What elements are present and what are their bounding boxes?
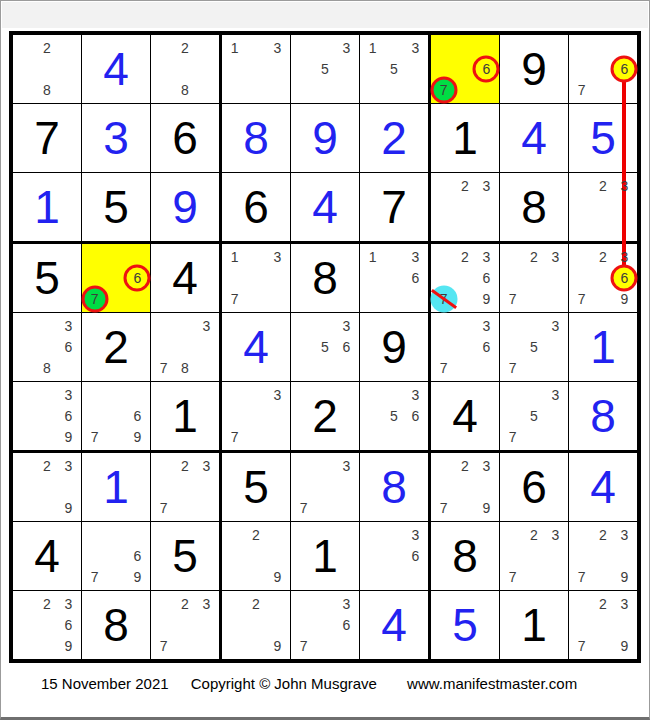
candidate-9: 9 xyxy=(58,427,79,448)
candidate-6: 6 xyxy=(405,545,426,566)
candidate-6: 6 xyxy=(405,405,426,426)
candidate-2: 2 xyxy=(592,175,613,196)
candidate-9: 9 xyxy=(476,498,497,519)
candidate-8: 8 xyxy=(36,80,57,101)
candidate-7: 7 xyxy=(224,289,245,310)
candidate-7: 7 xyxy=(571,289,592,310)
solved-digit: 1 xyxy=(34,184,60,230)
candidate-2: 2 xyxy=(245,524,266,545)
given-digit: 4 xyxy=(452,393,478,439)
solved-digit: 4 xyxy=(521,115,547,161)
cell-r9c9[interactable]: 2379 xyxy=(569,591,637,659)
candidate-9: 9 xyxy=(614,636,635,657)
candidate-7: 7 xyxy=(293,498,314,519)
candidate-6: 6 xyxy=(58,405,79,426)
cell-r2c4[interactable]: 8 xyxy=(222,104,291,173)
cell-r5c7[interactable]: 367 xyxy=(431,313,500,382)
cell-r6c1[interactable]: 369 xyxy=(13,382,82,453)
cell-r2c1[interactable]: 7 xyxy=(13,104,82,173)
candidate-7: 7 xyxy=(153,358,174,379)
cell-r6c8[interactable]: 357 xyxy=(500,382,569,453)
given-digit: 2 xyxy=(103,324,129,370)
cell-r1c8[interactable]: 9 xyxy=(500,35,569,104)
footer-date: 15 November 2021 xyxy=(41,675,169,692)
cell-r7c8[interactable]: 6 xyxy=(500,453,569,522)
candidate-9: 9 xyxy=(267,567,288,588)
cell-r5c2[interactable]: 2 xyxy=(82,313,151,382)
window-top-strip xyxy=(2,2,648,28)
cell-r1c7[interactable]: 67 xyxy=(431,35,500,104)
candidate-3: 3 xyxy=(58,455,79,476)
candidate-3: 3 xyxy=(476,315,497,336)
candidate-9: 9 xyxy=(58,498,79,519)
candidate-5: 5 xyxy=(314,58,335,79)
solved-digit: 8 xyxy=(243,115,269,161)
given-digit: 4 xyxy=(34,533,60,579)
candidate-9: 9 xyxy=(614,567,635,588)
cell-r6c4[interactable]: 37 xyxy=(222,382,291,453)
cell-r8c4[interactable]: 29 xyxy=(222,522,291,591)
cell-r9c8[interactable]: 1 xyxy=(500,591,569,659)
candidate-2: 2 xyxy=(36,37,57,58)
cell-r3c3[interactable]: 9 xyxy=(151,173,222,244)
solved-digit: 3 xyxy=(103,115,129,161)
cell-r2c5[interactable]: 9 xyxy=(291,104,360,173)
cell-r6c5[interactable]: 2 xyxy=(291,382,360,453)
cell-r4c8[interactable]: 237 xyxy=(500,244,569,313)
footer-website[interactable]: www.manifestmaster.com xyxy=(407,675,577,692)
given-digit: 7 xyxy=(34,115,60,161)
cell-r3c5[interactable]: 4 xyxy=(291,173,360,244)
cell-r3c2[interactable]: 5 xyxy=(82,173,151,244)
footer: 15 November 2021 Copyright © John Musgra… xyxy=(41,675,577,692)
given-digit: 6 xyxy=(243,184,269,230)
candidate-7: 7 xyxy=(84,427,105,448)
candidate-3: 3 xyxy=(58,315,79,336)
cell-r4c1[interactable]: 5 xyxy=(13,244,82,313)
cell-r9c2[interactable]: 8 xyxy=(82,591,151,659)
candidate-6: 6 xyxy=(476,336,497,357)
cell-r5c1[interactable]: 368 xyxy=(13,313,82,382)
candidate-3: 3 xyxy=(58,384,79,405)
given-digit: 9 xyxy=(521,46,547,92)
cell-r7c5[interactable]: 37 xyxy=(291,453,360,522)
given-digit: 6 xyxy=(172,115,198,161)
candidate-1: 1 xyxy=(362,37,383,58)
cell-r9c1[interactable]: 2369 xyxy=(13,591,82,659)
candidate-6: 6 xyxy=(476,58,497,79)
cell-r9c7[interactable]: 5 xyxy=(431,591,500,659)
candidate-7: 7 xyxy=(433,289,454,310)
solved-digit: 4 xyxy=(312,184,338,230)
candidate-7: 7 xyxy=(571,80,592,101)
cell-r8c6[interactable]: 36 xyxy=(360,522,431,591)
cell-r5c5[interactable]: 356 xyxy=(291,313,360,382)
candidate-9: 9 xyxy=(58,636,79,657)
cell-r2c6[interactable]: 2 xyxy=(360,104,431,173)
given-digit: 5 xyxy=(243,464,269,510)
cell-r2c3[interactable]: 6 xyxy=(151,104,222,173)
candidate-7: 7 xyxy=(433,80,454,101)
candidate-2: 2 xyxy=(523,246,544,267)
cell-r8c7[interactable]: 8 xyxy=(431,522,500,591)
candidate-3: 3 xyxy=(58,593,79,614)
candidate-2: 2 xyxy=(523,524,544,545)
candidate-2: 2 xyxy=(592,524,613,545)
cell-r5c4[interactable]: 4 xyxy=(222,313,291,382)
candidate-3: 3 xyxy=(267,246,288,267)
candidate-2: 2 xyxy=(174,593,195,614)
cell-r1c3[interactable]: 28 xyxy=(151,35,222,104)
cell-r1c6[interactable]: 135 xyxy=(360,35,431,104)
cell-r4c5[interactable]: 8 xyxy=(291,244,360,313)
given-digit: 2 xyxy=(312,393,338,439)
cell-r3c6[interactable]: 7 xyxy=(360,173,431,244)
given-digit: 7 xyxy=(381,184,407,230)
cell-r7c1[interactable]: 239 xyxy=(13,453,82,522)
candidate-6: 6 xyxy=(127,405,148,426)
candidate-3: 3 xyxy=(267,384,288,405)
candidate-6: 6 xyxy=(614,58,635,79)
candidate-2: 2 xyxy=(174,37,195,58)
candidate-7: 7 xyxy=(224,427,245,448)
cell-r9c4[interactable]: 29 xyxy=(222,591,291,659)
candidate-5: 5 xyxy=(314,336,335,357)
cell-r9c5[interactable]: 367 xyxy=(291,591,360,659)
candidate-1: 1 xyxy=(224,246,245,267)
cell-r4c4[interactable]: 137 xyxy=(222,244,291,313)
candidate-6: 6 xyxy=(336,614,357,635)
candidate-5: 5 xyxy=(523,405,544,426)
solved-digit: 8 xyxy=(381,464,407,510)
cell-r8c8[interactable]: 237 xyxy=(500,522,569,591)
candidate-3: 3 xyxy=(267,37,288,58)
solved-digit: 8 xyxy=(590,393,616,439)
cell-r2c9[interactable]: 5 xyxy=(569,104,637,173)
given-digit: 5 xyxy=(34,255,60,301)
sudoku-grid: 2842813351356796773689214515964723823567… xyxy=(9,31,641,663)
cell-r5c3[interactable]: 378 xyxy=(151,313,222,382)
solved-digit: 9 xyxy=(172,184,198,230)
candidate-3: 3 xyxy=(476,246,497,267)
solved-digit: 4 xyxy=(103,46,129,92)
candidate-5: 5 xyxy=(383,405,404,426)
cell-r8c5[interactable]: 1 xyxy=(291,522,360,591)
cell-r6c2[interactable]: 679 xyxy=(82,382,151,453)
candidate-9: 9 xyxy=(127,427,148,448)
cell-r7c3[interactable]: 237 xyxy=(151,453,222,522)
candidate-8: 8 xyxy=(36,358,57,379)
candidate-5: 5 xyxy=(523,336,544,357)
candidate-6: 6 xyxy=(614,267,635,288)
given-digit: 6 xyxy=(521,464,547,510)
cell-r4c9[interactable]: 23679 xyxy=(569,244,637,313)
cell-r8c9[interactable]: 2379 xyxy=(569,522,637,591)
candidate-3: 3 xyxy=(405,246,426,267)
solved-digit: 5 xyxy=(590,115,616,161)
candidate-9: 9 xyxy=(614,289,635,310)
candidate-7: 7 xyxy=(153,636,174,657)
solved-digit: 4 xyxy=(381,602,407,648)
candidate-3: 3 xyxy=(405,37,426,58)
candidate-1: 1 xyxy=(224,37,245,58)
cell-r7c2[interactable]: 1 xyxy=(82,453,151,522)
candidate-6: 6 xyxy=(476,267,497,288)
cell-r6c9[interactable]: 8 xyxy=(569,382,637,453)
candidate-2: 2 xyxy=(36,455,57,476)
cell-r5c9[interactable]: 1 xyxy=(569,313,637,382)
candidate-7: 7 xyxy=(502,567,523,588)
given-digit: 1 xyxy=(172,393,198,439)
candidate-3: 3 xyxy=(545,315,566,336)
cell-r3c1[interactable]: 1 xyxy=(13,173,82,244)
candidate-2: 2 xyxy=(245,593,266,614)
solved-digit: 1 xyxy=(590,324,616,370)
cell-r9c3[interactable]: 237 xyxy=(151,591,222,659)
solved-digit: 5 xyxy=(452,602,478,648)
cell-r2c2[interactable]: 3 xyxy=(82,104,151,173)
candidate-3: 3 xyxy=(545,524,566,545)
candidate-7: 7 xyxy=(84,289,105,310)
given-digit: 8 xyxy=(103,602,129,648)
cell-r1c9[interactable]: 67 xyxy=(569,35,637,104)
given-digit: 1 xyxy=(452,115,478,161)
candidate-3: 3 xyxy=(545,384,566,405)
app-window: 2842813351356796773689214515964723823567… xyxy=(0,0,650,720)
candidate-3: 3 xyxy=(336,593,357,614)
candidate-3: 3 xyxy=(545,246,566,267)
candidate-7: 7 xyxy=(502,358,523,379)
candidate-2: 2 xyxy=(36,593,57,614)
given-digit: 5 xyxy=(103,184,129,230)
candidate-3: 3 xyxy=(614,593,635,614)
candidate-3: 3 xyxy=(196,593,217,614)
given-digit: 1 xyxy=(521,602,547,648)
cell-r3c7[interactable]: 23 xyxy=(431,173,500,244)
cell-r7c4[interactable]: 5 xyxy=(222,453,291,522)
given-digit: 8 xyxy=(312,255,338,301)
cell-r6c3[interactable]: 1 xyxy=(151,382,222,453)
candidate-2: 2 xyxy=(454,175,475,196)
candidate-2: 2 xyxy=(454,455,475,476)
given-digit: 5 xyxy=(172,533,198,579)
candidate-3: 3 xyxy=(614,524,635,545)
candidate-7: 7 xyxy=(84,567,105,588)
solved-digit: 9 xyxy=(312,115,338,161)
candidate-3: 3 xyxy=(476,455,497,476)
candidate-9: 9 xyxy=(267,636,288,657)
cell-r9c6[interactable]: 4 xyxy=(360,591,431,659)
solved-digit: 4 xyxy=(590,464,616,510)
cell-r4c6[interactable]: 136 xyxy=(360,244,431,313)
candidate-2: 2 xyxy=(592,593,613,614)
solved-digit: 1 xyxy=(103,464,129,510)
candidate-8: 8 xyxy=(174,80,195,101)
candidate-8: 8 xyxy=(174,358,195,379)
cell-r5c8[interactable]: 357 xyxy=(500,313,569,382)
cell-r6c7[interactable]: 4 xyxy=(431,382,500,453)
given-digit: 4 xyxy=(172,255,198,301)
given-digit: 8 xyxy=(521,184,547,230)
solved-digit: 4 xyxy=(243,324,269,370)
candidate-5: 5 xyxy=(383,58,404,79)
cell-r2c8[interactable]: 4 xyxy=(500,104,569,173)
candidate-7: 7 xyxy=(433,498,454,519)
candidate-7: 7 xyxy=(293,636,314,657)
cell-r8c1[interactable]: 4 xyxy=(13,522,82,591)
candidate-3: 3 xyxy=(196,315,217,336)
candidate-6: 6 xyxy=(58,336,79,357)
candidate-6: 6 xyxy=(127,545,148,566)
cell-r4c7[interactable]: 23679 xyxy=(431,244,500,313)
candidate-6: 6 xyxy=(58,614,79,635)
cell-r2c7[interactable]: 1 xyxy=(431,104,500,173)
cell-r6c6[interactable]: 356 xyxy=(360,382,431,453)
candidate-7: 7 xyxy=(502,427,523,448)
candidate-6: 6 xyxy=(405,267,426,288)
candidate-2: 2 xyxy=(174,455,195,476)
cell-r4c2[interactable]: 67 xyxy=(82,244,151,313)
candidate-3: 3 xyxy=(405,384,426,405)
cell-r3c4[interactable]: 6 xyxy=(222,173,291,244)
candidate-3: 3 xyxy=(476,175,497,196)
candidate-3: 3 xyxy=(336,315,357,336)
candidate-9: 9 xyxy=(127,567,148,588)
cell-r7c9[interactable]: 4 xyxy=(569,453,637,522)
cell-r1c1[interactable]: 28 xyxy=(13,35,82,104)
cell-r4c3[interactable]: 4 xyxy=(151,244,222,313)
candidate-3: 3 xyxy=(614,175,635,196)
cell-r7c6[interactable]: 8 xyxy=(360,453,431,522)
solved-digit: 2 xyxy=(381,115,407,161)
given-digit: 1 xyxy=(312,533,338,579)
cell-r1c2[interactable]: 4 xyxy=(82,35,151,104)
candidate-2: 2 xyxy=(592,246,613,267)
cell-r5c6[interactable]: 9 xyxy=(360,313,431,382)
candidate-7: 7 xyxy=(153,498,174,519)
candidate-6: 6 xyxy=(336,336,357,357)
cell-r1c5[interactable]: 35 xyxy=(291,35,360,104)
candidate-3: 3 xyxy=(196,455,217,476)
candidate-7: 7 xyxy=(502,289,523,310)
cell-r8c2[interactable]: 679 xyxy=(82,522,151,591)
candidate-7: 7 xyxy=(433,358,454,379)
cell-r1c4[interactable]: 13 xyxy=(222,35,291,104)
cell-r8c3[interactable]: 5 xyxy=(151,522,222,591)
sudoku-board: 2842813351356796773689214515964723823567… xyxy=(9,31,641,663)
cell-r7c7[interactable]: 2379 xyxy=(431,453,500,522)
candidate-2: 2 xyxy=(454,246,475,267)
candidate-6: 6 xyxy=(127,267,148,288)
footer-copyright: Copyright © John Musgrave xyxy=(191,675,377,692)
candidate-9: 9 xyxy=(476,289,497,310)
candidate-7: 7 xyxy=(571,567,592,588)
candidate-3: 3 xyxy=(405,524,426,545)
candidate-3: 3 xyxy=(336,455,357,476)
cell-r3c9[interactable]: 23 xyxy=(569,173,637,244)
cell-r3c8[interactable]: 8 xyxy=(500,173,569,244)
given-digit: 9 xyxy=(381,324,407,370)
candidate-3: 3 xyxy=(336,37,357,58)
given-digit: 8 xyxy=(452,533,478,579)
candidate-7: 7 xyxy=(571,636,592,657)
candidate-1: 1 xyxy=(362,246,383,267)
